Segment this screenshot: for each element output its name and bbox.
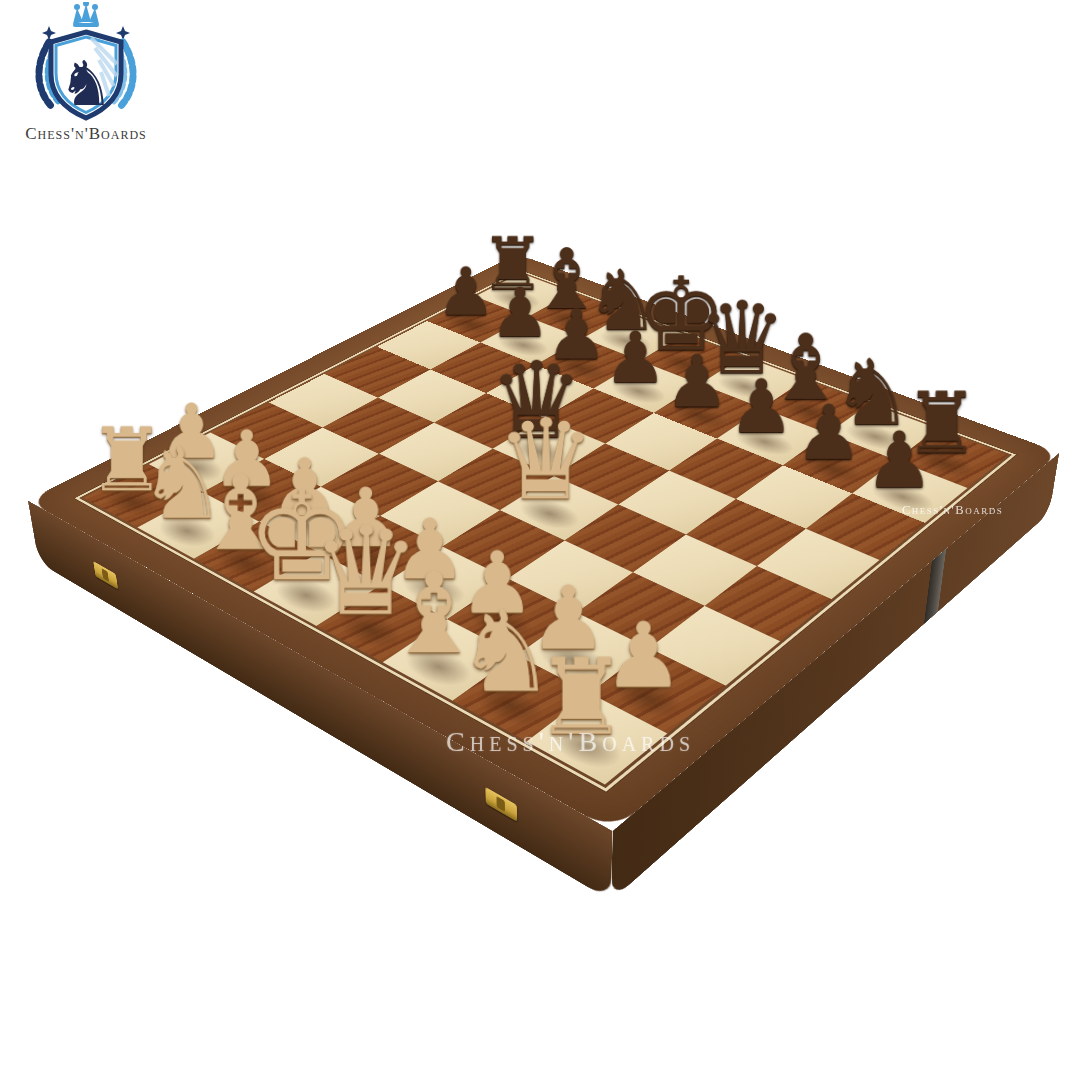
chess-board: ♜♝♞♚♛♝♞♜♟♟♟♟♟♟♟♟♛♛♟♟♟♟♟♟♟♟♜♞♝♚♛♝♞♜: [83, 273, 1007, 785]
piece-black-pawn-g7[interactable]: ♟: [795, 395, 863, 471]
piece-black-pawn-f7[interactable]: ♟: [728, 370, 794, 444]
piece-white-queen-e4[interactable]: ♛: [496, 404, 596, 516]
board-border-inlay: ♜♝♞♚♛♝♞♜♟♟♟♟♟♟♟♟♛♛♟♟♟♟♟♟♟♟♜♞♝♚♛♝♞♜: [75, 270, 1016, 792]
square-h7[interactable]: ♟: [852, 460, 967, 523]
piece-black-pawn-h7[interactable]: ♟: [865, 421, 934, 498]
knight-icon: ♞: [58, 47, 114, 120]
crown-icon: [73, 2, 99, 27]
brand-logo-icon: ♞: [11, 2, 161, 124]
brand-logo: ♞ Chess'n'Boards: [6, 2, 166, 144]
brand-logo-text: Chess'n'Boards: [6, 124, 166, 144]
piece-black-pawn-b7[interactable]: ♟: [490, 279, 551, 347]
piece-black-pawn-a7[interactable]: ♟: [436, 259, 495, 325]
board-scene: ♜♝♞♚♛♝♞♜♟♟♟♟♟♟♟♟♛♛♟♟♟♟♟♟♟♟♜♞♝♚♛♝♞♜: [0, 0, 1080, 1080]
board-frame: ♜♝♞♚♛♝♞♜♟♟♟♟♟♟♟♟♛♛♟♟♟♟♟♟♟♟♜♞♝♚♛♝♞♜: [28, 254, 1060, 831]
piece-black-pawn-d7[interactable]: ♟: [604, 322, 667, 393]
piece-white-rook-h1[interactable]: ♜: [535, 644, 630, 750]
product-photo: ♜♝♞♚♛♝♞♜♟♟♟♟♟♟♟♟♛♛♟♟♟♟♟♟♟♟♜♞♝♚♛♝♞♜: [0, 0, 1080, 1080]
hinge-icon: [924, 548, 946, 624]
brass-latch-icon: [486, 787, 518, 822]
piece-black-pawn-e7[interactable]: ♟: [665, 345, 730, 417]
brass-latch-icon: [93, 561, 118, 589]
